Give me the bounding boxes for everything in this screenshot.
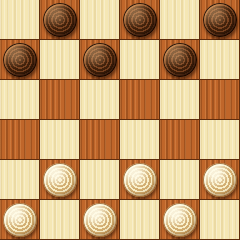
board-square[interactable] bbox=[80, 200, 120, 240]
checker-piece-light[interactable] bbox=[163, 203, 197, 237]
board-square[interactable] bbox=[80, 40, 120, 80]
board-square[interactable] bbox=[120, 80, 160, 120]
board-square[interactable] bbox=[120, 0, 160, 40]
board-square[interactable] bbox=[200, 120, 240, 160]
board-square[interactable] bbox=[80, 160, 120, 200]
board-square[interactable] bbox=[120, 40, 160, 80]
board-square[interactable] bbox=[40, 40, 80, 80]
board-square[interactable] bbox=[40, 0, 80, 40]
board-square[interactable] bbox=[160, 80, 200, 120]
board-square[interactable] bbox=[160, 120, 200, 160]
checker-piece-dark[interactable] bbox=[83, 43, 117, 77]
board-square[interactable] bbox=[120, 160, 160, 200]
board-square[interactable] bbox=[80, 120, 120, 160]
checker-piece-light[interactable] bbox=[3, 203, 37, 237]
checker-piece-light[interactable] bbox=[43, 163, 77, 197]
board-square[interactable] bbox=[160, 160, 200, 200]
board-square[interactable] bbox=[160, 200, 200, 240]
board-square[interactable] bbox=[200, 200, 240, 240]
checker-piece-dark[interactable] bbox=[43, 3, 77, 37]
board-square[interactable] bbox=[0, 40, 40, 80]
board-square[interactable] bbox=[200, 0, 240, 40]
board-square[interactable] bbox=[40, 120, 80, 160]
board-square[interactable] bbox=[120, 120, 160, 160]
checker-piece-light[interactable] bbox=[83, 203, 117, 237]
board-square[interactable] bbox=[200, 80, 240, 120]
checker-piece-dark[interactable] bbox=[163, 43, 197, 77]
checker-piece-light[interactable] bbox=[123, 163, 157, 197]
board-square[interactable] bbox=[120, 200, 160, 240]
checker-piece-dark[interactable] bbox=[3, 43, 37, 77]
board-square[interactable] bbox=[200, 160, 240, 200]
checker-piece-dark[interactable] bbox=[123, 3, 157, 37]
board-square[interactable] bbox=[160, 0, 200, 40]
board-square[interactable] bbox=[80, 80, 120, 120]
board-square[interactable] bbox=[0, 120, 40, 160]
board-square[interactable] bbox=[0, 160, 40, 200]
checker-piece-dark[interactable] bbox=[203, 3, 237, 37]
board-square[interactable] bbox=[40, 80, 80, 120]
board-square[interactable] bbox=[160, 40, 200, 80]
board-square[interactable] bbox=[0, 200, 40, 240]
board-square[interactable] bbox=[40, 160, 80, 200]
board-square[interactable] bbox=[0, 80, 40, 120]
board-square[interactable] bbox=[40, 200, 80, 240]
board-square[interactable] bbox=[200, 40, 240, 80]
board-square[interactable] bbox=[0, 0, 40, 40]
checker-piece-light[interactable] bbox=[203, 163, 237, 197]
checkers-board bbox=[0, 0, 240, 240]
board-square[interactable] bbox=[80, 0, 120, 40]
